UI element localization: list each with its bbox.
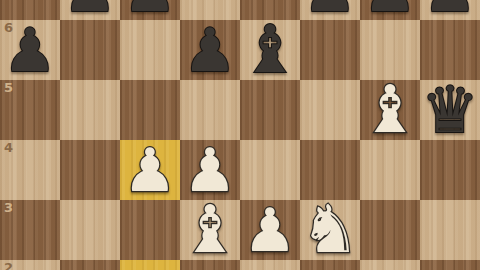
rank-label-2: 2 bbox=[4, 261, 13, 270]
black-pawn-b7[interactable]: ♟ bbox=[63, 0, 117, 20]
black-pawn-d6[interactable]: ♟ bbox=[183, 20, 237, 80]
square-e3[interactable]: ♟ bbox=[240, 200, 300, 260]
square-h7[interactable]: ♟ bbox=[420, 0, 480, 20]
square-d3[interactable]: ♝ bbox=[180, 200, 240, 260]
square-g3[interactable] bbox=[360, 200, 420, 260]
square-b7[interactable]: ♟ bbox=[60, 0, 120, 20]
square-a3[interactable]: 3 bbox=[0, 200, 60, 260]
square-f3[interactable]: ♞ bbox=[300, 200, 360, 260]
rank-label-4: 4 bbox=[4, 141, 13, 154]
square-g7[interactable]: ♟ bbox=[360, 0, 420, 20]
square-a2[interactable]: 2 bbox=[0, 260, 60, 270]
square-e2[interactable] bbox=[240, 260, 300, 270]
square-b4[interactable] bbox=[60, 140, 120, 200]
square-h6[interactable] bbox=[420, 20, 480, 80]
black-pawn-a6[interactable]: ♟ bbox=[3, 20, 57, 80]
square-g4[interactable] bbox=[360, 140, 420, 200]
square-a5[interactable]: 5 bbox=[0, 80, 60, 140]
square-d2[interactable] bbox=[180, 260, 240, 270]
square-e6[interactable]: ♝ bbox=[240, 20, 300, 80]
square-c6[interactable] bbox=[120, 20, 180, 80]
square-f2[interactable] bbox=[300, 260, 360, 270]
square-h2[interactable] bbox=[420, 260, 480, 270]
square-c2[interactable] bbox=[120, 260, 180, 270]
square-c4[interactable]: ♟ bbox=[120, 140, 180, 200]
white-bishop-d3[interactable]: ♝ bbox=[180, 197, 239, 263]
square-d6[interactable]: ♟ bbox=[180, 20, 240, 80]
black-pawn-g7[interactable]: ♟ bbox=[363, 0, 417, 20]
square-g5[interactable]: ♝ bbox=[360, 80, 420, 140]
square-e5[interactable] bbox=[240, 80, 300, 140]
black-queen-h5[interactable]: ♛ bbox=[421, 78, 478, 142]
square-f6[interactable] bbox=[300, 20, 360, 80]
square-f7[interactable]: ♟ bbox=[300, 0, 360, 20]
square-c3[interactable] bbox=[120, 200, 180, 260]
white-knight-f3[interactable]: ♞ bbox=[300, 197, 359, 263]
square-g2[interactable] bbox=[360, 260, 420, 270]
rank-label-3: 3 bbox=[4, 201, 13, 214]
black-pawn-h7[interactable]: ♟ bbox=[423, 0, 477, 20]
black-bishop-e6[interactable]: ♝ bbox=[240, 17, 299, 83]
square-f5[interactable] bbox=[300, 80, 360, 140]
square-e4[interactable] bbox=[240, 140, 300, 200]
square-d5[interactable] bbox=[180, 80, 240, 140]
white-bishop-g5[interactable]: ♝ bbox=[360, 77, 419, 143]
square-a4[interactable]: 4 bbox=[0, 140, 60, 200]
square-b5[interactable] bbox=[60, 80, 120, 140]
white-pawn-c4[interactable]: ♟ bbox=[123, 140, 177, 200]
square-b2[interactable] bbox=[60, 260, 120, 270]
square-c7[interactable]: ♟ bbox=[120, 0, 180, 20]
square-h4[interactable] bbox=[420, 140, 480, 200]
chess-board: 87♟♟♟♟♟6♟♟♝5♝♛4♟♟3♝♟♞21 bbox=[0, 0, 480, 270]
square-h3[interactable] bbox=[420, 200, 480, 260]
black-pawn-f7[interactable]: ♟ bbox=[303, 0, 357, 20]
square-a6[interactable]: 6♟ bbox=[0, 20, 60, 80]
rank-label-5: 5 bbox=[4, 81, 13, 94]
square-b6[interactable] bbox=[60, 20, 120, 80]
chess-app-viewport: 87♟♟♟♟♟6♟♟♝5♝♛4♟♟3♝♟♞21 bbox=[0, 0, 480, 270]
square-c5[interactable] bbox=[120, 80, 180, 140]
white-pawn-e3[interactable]: ♟ bbox=[243, 200, 297, 260]
square-b3[interactable] bbox=[60, 200, 120, 260]
black-pawn-c7[interactable]: ♟ bbox=[123, 0, 177, 20]
square-h5[interactable]: ♛ bbox=[420, 80, 480, 140]
